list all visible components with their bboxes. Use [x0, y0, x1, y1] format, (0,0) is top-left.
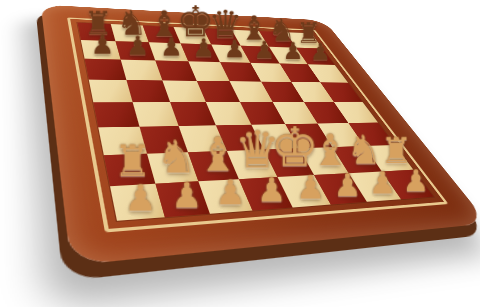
- square: [89, 80, 133, 103]
- square: [126, 80, 170, 102]
- square: ♟: [155, 181, 209, 217]
- square: [85, 59, 127, 80]
- piece-dark-pawn: ♟: [282, 39, 303, 63]
- piece-light-knight: ♞: [346, 130, 382, 170]
- square: [308, 64, 348, 82]
- maple-inlay-line: ♜♞♝♚♛♝♞♜♟♟♟♟♟♟♟♟♜♞♝♛♚♝♞♜♟♟♟♟♟♟♟♟: [67, 17, 448, 232]
- piece-dark-pawn: ♟: [310, 40, 331, 63]
- chess-board: ♜♞♝♚♛♝♞♜♟♟♟♟♟♟♟♟♜♞♝♛♚♝♞♜♟♟♟♟♟♟♟♟: [41, 5, 480, 266]
- piece-light-pawn: ♟: [257, 173, 287, 206]
- board-position-wrapper: ♜♞♝♚♛♝♞♜♟♟♟♟♟♟♟♟♜♞♝♛♚♝♞♜♟♟♟♟♟♟♟♟: [60, 0, 420, 282]
- piece-dark-pawn: ♟: [160, 34, 183, 60]
- square: [197, 81, 240, 102]
- piece-light-pawn: ♟: [403, 166, 430, 196]
- piece-dark-pawn: ♟: [224, 37, 246, 61]
- square: [93, 102, 139, 127]
- square: ♟: [149, 42, 189, 61]
- piece-light-queen: ♛: [234, 124, 280, 175]
- square: ♟: [81, 40, 121, 60]
- board-grid: ♜♞♝♚♛♝♞♜♟♟♟♟♟♟♟♟♜♞♝♛♚♝♞♜♟♟♟♟♟♟♟♟: [77, 22, 433, 220]
- piece-light-pawn: ♟: [124, 180, 156, 216]
- piece-light-pawn: ♟: [333, 169, 361, 200]
- piece-light-knight: ♞: [156, 134, 197, 179]
- square: ♟: [110, 184, 165, 221]
- piece-light-rook: ♜: [113, 139, 152, 182]
- piece-light-pawn: ♟: [171, 177, 202, 212]
- piece-light-pawn: ♟: [369, 167, 396, 198]
- square: ♟: [116, 41, 156, 60]
- piece-light-pawn: ♟: [296, 171, 325, 203]
- chess-set-photo: ♜♞♝♚♛♝♞♜♟♟♟♟♟♟♟♟♜♞♝♛♚♝♞♜♟♟♟♟♟♟♟♟: [0, 0, 480, 307]
- piece-light-bishop: ♝: [197, 131, 239, 178]
- board-frame: ♜♞♝♚♛♝♞♜♟♟♟♟♟♟♟♟♜♞♝♛♚♝♞♜♟♟♟♟♟♟♟♟: [41, 5, 480, 266]
- piece-dark-pawn: ♟: [254, 38, 276, 62]
- square: ♟: [181, 43, 220, 62]
- piece-dark-pawn: ♟: [192, 35, 214, 60]
- square: [334, 102, 378, 123]
- piece-dark-pawn: ♟: [91, 31, 115, 58]
- square: [220, 62, 261, 81]
- piece-light-pawn: ♟: [215, 175, 246, 209]
- piece-dark-pawn: ♟: [126, 32, 149, 58]
